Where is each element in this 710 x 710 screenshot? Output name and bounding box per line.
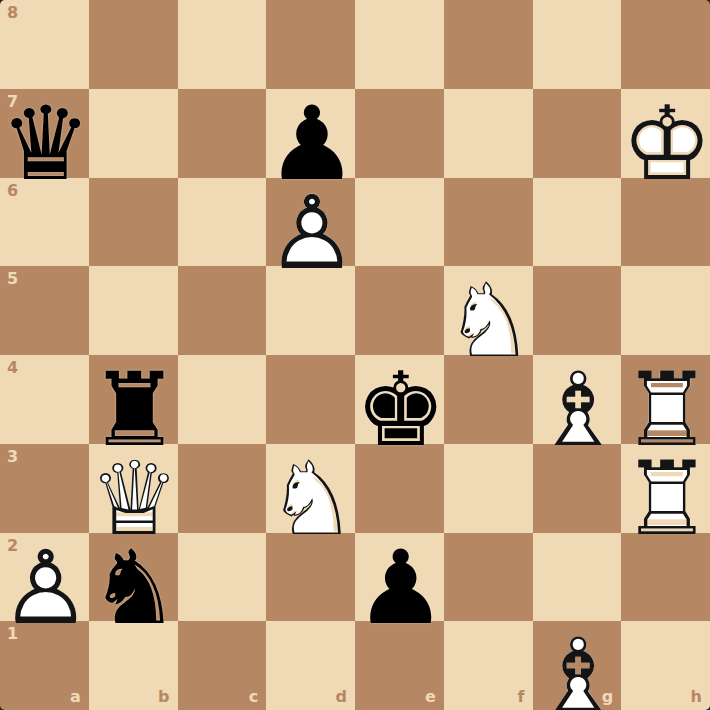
white-rook-outline-glyph: ♖ <box>621 448 710 550</box>
square-b5[interactable] <box>89 266 178 355</box>
black-knight-glyph: ♞ <box>89 537 180 639</box>
square-g2[interactable] <box>533 533 622 622</box>
square-b8[interactable] <box>89 0 178 89</box>
piece-white-knight[interactable]: ♞♘ <box>266 444 355 533</box>
square-c8[interactable] <box>178 0 267 89</box>
square-d6[interactable]: ♟♙ <box>266 178 355 267</box>
square-a2[interactable]: 2♟♙ <box>0 533 89 622</box>
square-b3[interactable]: ♛♕ <box>89 444 178 533</box>
white-knight-outline-glyph: ♘ <box>444 270 535 372</box>
square-d8[interactable] <box>266 0 355 89</box>
white-pawn-outline-glyph: ♙ <box>0 537 91 639</box>
square-c2[interactable] <box>178 533 267 622</box>
square-g7[interactable] <box>533 89 622 178</box>
square-c5[interactable] <box>178 266 267 355</box>
square-b7[interactable] <box>89 89 178 178</box>
square-a7[interactable]: 7♛ <box>0 89 89 178</box>
square-e7[interactable] <box>355 89 444 178</box>
square-e5[interactable] <box>355 266 444 355</box>
square-f5[interactable]: ♞♘ <box>444 266 533 355</box>
piece-white-pawn[interactable]: ♟♙ <box>0 533 89 622</box>
square-g6[interactable] <box>533 178 622 267</box>
square-h8[interactable] <box>621 0 710 89</box>
file-label-c: c <box>249 689 258 705</box>
piece-white-king[interactable]: ♚♔ <box>621 89 710 178</box>
file-label-b: b <box>158 689 169 705</box>
square-h7[interactable]: ♚♔ <box>621 89 710 178</box>
square-g1[interactable]: g♝♗ <box>533 621 622 710</box>
piece-white-pawn[interactable]: ♟♙ <box>266 178 355 267</box>
square-f3[interactable] <box>444 444 533 533</box>
square-d1[interactable]: d <box>266 621 355 710</box>
square-d4[interactable] <box>266 355 355 444</box>
black-king-glyph: ♚ <box>355 359 446 461</box>
square-h3[interactable]: ♜♖ <box>621 444 710 533</box>
piece-white-bishop[interactable]: ♝♗ <box>533 621 622 710</box>
square-a4[interactable]: 4 <box>0 355 89 444</box>
piece-white-queen[interactable]: ♛♕ <box>89 444 178 533</box>
white-bishop-outline-glyph: ♗ <box>533 359 624 461</box>
square-f6[interactable] <box>444 178 533 267</box>
square-e8[interactable] <box>355 0 444 89</box>
white-knight-outline-glyph: ♘ <box>266 448 357 550</box>
file-label-h: h <box>691 689 702 705</box>
white-pawn-outline-glyph: ♙ <box>266 182 357 284</box>
square-f1[interactable]: f <box>444 621 533 710</box>
square-f8[interactable] <box>444 0 533 89</box>
square-c3[interactable] <box>178 444 267 533</box>
square-g4[interactable]: ♝♗ <box>533 355 622 444</box>
square-g8[interactable] <box>533 0 622 89</box>
white-bishop-outline-glyph: ♗ <box>533 625 624 710</box>
square-h1[interactable]: h <box>621 621 710 710</box>
square-c7[interactable] <box>178 89 267 178</box>
rank-label-3: 3 <box>7 449 18 465</box>
square-a8[interactable]: 8 <box>0 0 89 89</box>
file-label-e: e <box>425 689 436 705</box>
square-g5[interactable] <box>533 266 622 355</box>
square-f7[interactable] <box>444 89 533 178</box>
square-d7[interactable]: ♟ <box>266 89 355 178</box>
square-c1[interactable]: c <box>178 621 267 710</box>
square-e6[interactable] <box>355 178 444 267</box>
rank-label-4: 4 <box>7 360 18 376</box>
square-a5[interactable]: 5 <box>0 266 89 355</box>
piece-black-queen[interactable]: ♛ <box>0 89 89 178</box>
square-c4[interactable] <box>178 355 267 444</box>
square-b4[interactable]: ♜ <box>89 355 178 444</box>
piece-white-rook[interactable]: ♜♖ <box>621 355 710 444</box>
piece-white-bishop[interactable]: ♝♗ <box>533 355 622 444</box>
square-e4[interactable]: ♚ <box>355 355 444 444</box>
piece-white-knight[interactable]: ♞♘ <box>444 266 533 355</box>
piece-black-knight[interactable]: ♞ <box>89 533 178 622</box>
square-b6[interactable] <box>89 178 178 267</box>
square-b2[interactable]: ♞ <box>89 533 178 622</box>
square-h5[interactable] <box>621 266 710 355</box>
piece-black-king[interactable]: ♚ <box>355 355 444 444</box>
rank-label-8: 8 <box>7 5 18 21</box>
rank-label-5: 5 <box>7 271 18 287</box>
square-h4[interactable]: ♜♖ <box>621 355 710 444</box>
piece-black-pawn[interactable]: ♟ <box>266 89 355 178</box>
white-king-outline-glyph: ♔ <box>621 93 710 195</box>
square-d3[interactable]: ♞♘ <box>266 444 355 533</box>
chess-board: 87♛♟♚♔6♟♙5♞♘4♜♚♝♗♜♖3♛♕♞♘♜♖2♟♙♞♟1abcdefg♝… <box>0 0 710 710</box>
file-label-d: d <box>336 689 347 705</box>
black-queen-glyph: ♛ <box>0 93 91 195</box>
file-label-f: f <box>518 689 525 705</box>
file-label-a: a <box>70 689 81 705</box>
square-f2[interactable] <box>444 533 533 622</box>
black-pawn-glyph: ♟ <box>355 537 446 639</box>
piece-black-rook[interactable]: ♜ <box>89 355 178 444</box>
square-a3[interactable]: 3 <box>0 444 89 533</box>
piece-white-rook[interactable]: ♜♖ <box>621 444 710 533</box>
piece-black-pawn[interactable]: ♟ <box>355 533 444 622</box>
square-e2[interactable]: ♟ <box>355 533 444 622</box>
square-c6[interactable] <box>178 178 267 267</box>
